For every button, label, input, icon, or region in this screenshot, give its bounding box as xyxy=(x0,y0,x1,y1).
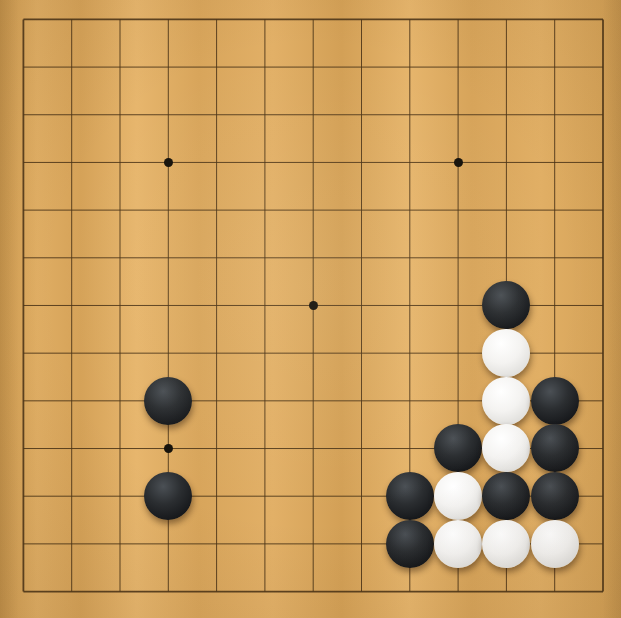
intersection-c6r8[interactable] xyxy=(241,329,289,377)
intersection-c11r8[interactable] xyxy=(482,329,530,377)
intersection-c5r5[interactable] xyxy=(192,186,240,234)
intersection-c6r2[interactable] xyxy=(241,43,289,91)
intersection-c5r12[interactable] xyxy=(192,520,240,568)
intersection-c13r1[interactable] xyxy=(579,0,621,43)
intersection-c4r4[interactable] xyxy=(144,139,192,187)
intersection-c6r1[interactable] xyxy=(241,0,289,43)
intersection-c10r11[interactable] xyxy=(434,472,482,520)
intersection-c9r10[interactable] xyxy=(386,425,434,473)
intersection-c3r10[interactable] xyxy=(96,425,144,473)
intersection-c13r7[interactable] xyxy=(579,282,621,330)
intersection-c7r7[interactable] xyxy=(289,282,337,330)
intersection-c6r12[interactable] xyxy=(241,520,289,568)
intersection-c3r2[interactable] xyxy=(96,43,144,91)
intersection-c8r11[interactable] xyxy=(337,472,385,520)
intersection-c8r4[interactable] xyxy=(337,139,385,187)
intersection-c9r3[interactable] xyxy=(386,91,434,139)
intersection-c5r9[interactable] xyxy=(192,377,240,425)
intersection-c11r11[interactable] xyxy=(482,472,530,520)
intersection-c8r8[interactable] xyxy=(337,329,385,377)
intersection-c3r12[interactable] xyxy=(96,520,144,568)
intersection-c2r3[interactable] xyxy=(48,91,96,139)
intersection-c9r9[interactable] xyxy=(386,377,434,425)
star-point xyxy=(164,444,173,453)
intersection-c4r13[interactable] xyxy=(144,568,192,616)
intersection-c3r11[interactable] xyxy=(96,472,144,520)
intersection-c2r11[interactable] xyxy=(48,472,96,520)
intersection-c7r5[interactable] xyxy=(289,186,337,234)
black-stone xyxy=(482,472,530,520)
intersection-c1r11[interactable] xyxy=(0,472,48,520)
intersection-c12r9[interactable] xyxy=(531,377,579,425)
intersection-c5r4[interactable] xyxy=(192,139,240,187)
intersection-c10r13[interactable] xyxy=(434,568,482,616)
intersection-c8r9[interactable] xyxy=(337,377,385,425)
intersection-c1r12[interactable] xyxy=(0,520,48,568)
intersection-c3r5[interactable] xyxy=(96,186,144,234)
intersection-c3r6[interactable] xyxy=(96,234,144,282)
intersection-c13r11[interactable] xyxy=(579,472,621,520)
intersection-c11r12[interactable] xyxy=(482,520,530,568)
intersection-c7r2[interactable] xyxy=(289,43,337,91)
intersection-c1r9[interactable] xyxy=(0,377,48,425)
intersection-c6r9[interactable] xyxy=(241,377,289,425)
intersection-c9r4[interactable] xyxy=(386,139,434,187)
intersection-c1r8[interactable] xyxy=(0,329,48,377)
star-point xyxy=(454,158,463,167)
intersection-c10r9[interactable] xyxy=(434,377,482,425)
intersection-c10r3[interactable] xyxy=(434,91,482,139)
intersection-c5r10[interactable] xyxy=(192,425,240,473)
intersection-c1r13[interactable] xyxy=(0,568,48,616)
intersection-c7r8[interactable] xyxy=(289,329,337,377)
intersection-c8r5[interactable] xyxy=(337,186,385,234)
intersection-c1r2[interactable] xyxy=(0,43,48,91)
intersection-c7r6[interactable] xyxy=(289,234,337,282)
intersection-c1r3[interactable] xyxy=(0,91,48,139)
intersection-c4r7[interactable] xyxy=(144,282,192,330)
intersection-c6r3[interactable] xyxy=(241,91,289,139)
intersection-c13r10[interactable] xyxy=(579,425,621,473)
intersection-c1r7[interactable] xyxy=(0,282,48,330)
intersection-c13r5[interactable] xyxy=(579,186,621,234)
intersection-c10r6[interactable] xyxy=(434,234,482,282)
intersection-c4r6[interactable] xyxy=(144,234,192,282)
intersection-c4r2[interactable] xyxy=(144,43,192,91)
intersection-c10r4[interactable] xyxy=(434,139,482,187)
white-stone xyxy=(434,520,482,568)
intersection-c2r2[interactable] xyxy=(48,43,96,91)
intersection-c4r3[interactable] xyxy=(144,91,192,139)
intersection-c1r4[interactable] xyxy=(0,139,48,187)
intersection-c2r5[interactable] xyxy=(48,186,96,234)
white-stone xyxy=(482,377,530,425)
intersection-c5r2[interactable] xyxy=(192,43,240,91)
star-point xyxy=(164,158,173,167)
intersection-c7r10[interactable] xyxy=(289,425,337,473)
intersection-c9r11[interactable] xyxy=(386,472,434,520)
intersection-c12r6[interactable] xyxy=(531,234,579,282)
intersection-c8r6[interactable] xyxy=(337,234,385,282)
intersection-c4r12[interactable] xyxy=(144,520,192,568)
intersection-c9r1[interactable] xyxy=(386,0,434,43)
intersection-c2r7[interactable] xyxy=(48,282,96,330)
black-stone xyxy=(434,424,482,472)
intersection-c8r13[interactable] xyxy=(337,568,385,616)
intersection-c4r9[interactable] xyxy=(144,377,192,425)
white-stone xyxy=(482,329,530,377)
intersection-c9r6[interactable] xyxy=(386,234,434,282)
intersection-c8r1[interactable] xyxy=(337,0,385,43)
intersection-c2r9[interactable] xyxy=(48,377,96,425)
intersection-c10r10[interactable] xyxy=(434,425,482,473)
intersection-c2r8[interactable] xyxy=(48,329,96,377)
intersection-c12r4[interactable] xyxy=(531,139,579,187)
intersection-c10r2[interactable] xyxy=(434,43,482,91)
intersection-c2r4[interactable] xyxy=(48,139,96,187)
intersection-c12r7[interactable] xyxy=(531,282,579,330)
intersection-c7r12[interactable] xyxy=(289,520,337,568)
intersection-c8r12[interactable] xyxy=(337,520,385,568)
intersection-c1r5[interactable] xyxy=(0,186,48,234)
intersection-c11r4[interactable] xyxy=(482,139,530,187)
intersection-c4r10[interactable] xyxy=(144,425,192,473)
intersection-c4r5[interactable] xyxy=(144,186,192,234)
black-stone xyxy=(144,472,192,520)
intersection-c9r13[interactable] xyxy=(386,568,434,616)
intersection-c5r8[interactable] xyxy=(192,329,240,377)
intersection-c10r5[interactable] xyxy=(434,186,482,234)
intersection-c1r10[interactable] xyxy=(0,425,48,473)
intersection-c10r7[interactable] xyxy=(434,282,482,330)
intersection-c3r3[interactable] xyxy=(96,91,144,139)
intersection-c5r13[interactable] xyxy=(192,568,240,616)
intersection-c7r4[interactable] xyxy=(289,139,337,187)
intersection-c6r5[interactable] xyxy=(241,186,289,234)
white-stone xyxy=(531,520,579,568)
board-intersections xyxy=(0,0,621,615)
intersection-c11r13[interactable] xyxy=(482,568,530,616)
intersection-c11r9[interactable] xyxy=(482,377,530,425)
intersection-c13r3[interactable] xyxy=(579,91,621,139)
intersection-c5r7[interactable] xyxy=(192,282,240,330)
intersection-c4r11[interactable] xyxy=(144,472,192,520)
black-stone xyxy=(386,472,434,520)
intersection-c13r2[interactable] xyxy=(579,43,621,91)
intersection-c11r7[interactable] xyxy=(482,282,530,330)
intersection-c11r2[interactable] xyxy=(482,43,530,91)
intersection-c9r5[interactable] xyxy=(386,186,434,234)
intersection-c13r9[interactable] xyxy=(579,377,621,425)
black-stone xyxy=(531,424,579,472)
intersection-c11r1[interactable] xyxy=(482,0,530,43)
intersection-c5r1[interactable] xyxy=(192,0,240,43)
intersection-c3r9[interactable] xyxy=(96,377,144,425)
intersection-c5r11[interactable] xyxy=(192,472,240,520)
star-point xyxy=(309,301,318,310)
intersection-c13r8[interactable] xyxy=(579,329,621,377)
intersection-c9r12[interactable] xyxy=(386,520,434,568)
intersection-c11r6[interactable] xyxy=(482,234,530,282)
intersection-c10r1[interactable] xyxy=(434,0,482,43)
intersection-c11r5[interactable] xyxy=(482,186,530,234)
intersection-c6r6[interactable] xyxy=(241,234,289,282)
intersection-c7r11[interactable] xyxy=(289,472,337,520)
intersection-c6r10[interactable] xyxy=(241,425,289,473)
intersection-c5r3[interactable] xyxy=(192,91,240,139)
intersection-c7r1[interactable] xyxy=(289,0,337,43)
intersection-c11r10[interactable] xyxy=(482,425,530,473)
intersection-c12r11[interactable] xyxy=(531,472,579,520)
intersection-c10r12[interactable] xyxy=(434,520,482,568)
white-stone xyxy=(482,424,530,472)
go-board xyxy=(0,0,621,618)
intersection-c3r4[interactable] xyxy=(96,139,144,187)
intersection-c13r12[interactable] xyxy=(579,520,621,568)
intersection-c13r6[interactable] xyxy=(579,234,621,282)
intersection-c6r4[interactable] xyxy=(241,139,289,187)
intersection-c12r3[interactable] xyxy=(531,91,579,139)
intersection-c2r1[interactable] xyxy=(48,0,96,43)
white-stone xyxy=(434,472,482,520)
intersection-c3r8[interactable] xyxy=(96,329,144,377)
intersection-c13r4[interactable] xyxy=(579,139,621,187)
intersection-c3r13[interactable] xyxy=(96,568,144,616)
intersection-c1r6[interactable] xyxy=(0,234,48,282)
intersection-c2r10[interactable] xyxy=(48,425,96,473)
intersection-c8r2[interactable] xyxy=(337,43,385,91)
intersection-c1r1[interactable] xyxy=(0,0,48,43)
intersection-c12r2[interactable] xyxy=(531,43,579,91)
intersection-c12r12[interactable] xyxy=(531,520,579,568)
intersection-c9r8[interactable] xyxy=(386,329,434,377)
intersection-c8r3[interactable] xyxy=(337,91,385,139)
intersection-c3r1[interactable] xyxy=(96,0,144,43)
intersection-c4r8[interactable] xyxy=(144,329,192,377)
black-stone xyxy=(531,472,579,520)
black-stone xyxy=(531,377,579,425)
intersection-c12r10[interactable] xyxy=(531,425,579,473)
intersection-c7r13[interactable] xyxy=(289,568,337,616)
intersection-c2r12[interactable] xyxy=(48,520,96,568)
intersection-c10r8[interactable] xyxy=(434,329,482,377)
black-stone xyxy=(144,377,192,425)
intersection-c12r13[interactable] xyxy=(531,568,579,616)
intersection-c8r7[interactable] xyxy=(337,282,385,330)
intersection-c7r3[interactable] xyxy=(289,91,337,139)
intersection-c9r7[interactable] xyxy=(386,282,434,330)
intersection-c13r13[interactable] xyxy=(579,568,621,616)
intersection-c6r11[interactable] xyxy=(241,472,289,520)
intersection-c6r7[interactable] xyxy=(241,282,289,330)
black-stone xyxy=(482,281,530,329)
intersection-c6r13[interactable] xyxy=(241,568,289,616)
intersection-c9r2[interactable] xyxy=(386,43,434,91)
intersection-c7r9[interactable] xyxy=(289,377,337,425)
intersection-c4r1[interactable] xyxy=(144,0,192,43)
intersection-c3r7[interactable] xyxy=(96,282,144,330)
intersection-c2r13[interactable] xyxy=(48,568,96,616)
intersection-c5r6[interactable] xyxy=(192,234,240,282)
black-stone xyxy=(386,520,434,568)
white-stone xyxy=(482,520,530,568)
intersection-c8r10[interactable] xyxy=(337,425,385,473)
intersection-c2r6[interactable] xyxy=(48,234,96,282)
intersection-c12r8[interactable] xyxy=(531,329,579,377)
intersection-c12r5[interactable] xyxy=(531,186,579,234)
intersection-c12r1[interactable] xyxy=(531,0,579,43)
intersection-c11r3[interactable] xyxy=(482,91,530,139)
